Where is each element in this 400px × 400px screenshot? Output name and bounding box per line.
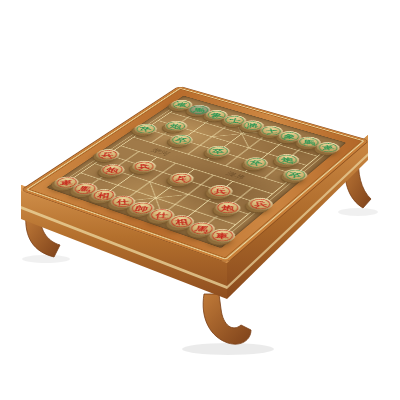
piece-red-chariot[interactable]: 車 [205,226,240,244]
ground-shadow-center [182,343,274,355]
piece-character: 車 [209,229,235,243]
piece-character: 炮 [215,201,240,214]
piece-character: 炮 [98,163,126,176]
piece-character: 卒 [168,134,194,146]
piece-green-soldier[interactable]: 卒 [241,155,273,170]
table-leg-center [203,294,251,344]
piece-red-soldier[interactable]: 兵 [165,171,197,187]
piece-red-cannon[interactable]: 炮 [96,162,128,178]
ground-shadow-left [22,255,70,263]
piece-character: 兵 [95,149,120,160]
piece-green-soldier[interactable]: 卒 [203,144,234,159]
piece-red-soldier[interactable]: 兵 [204,183,237,200]
piece-character: 炮 [163,120,189,132]
piece-character: 卒 [282,168,308,181]
piece-character: 兵 [247,197,275,211]
piece-character: 卒 [134,123,158,134]
piece-character: 卒 [243,157,269,169]
ground-shadow-right [338,208,378,216]
piece-green-cannon[interactable]: 炮 [160,119,190,133]
piece-green-soldier[interactable]: 卒 [166,133,197,147]
piece-character: 兵 [208,185,233,198]
piece-red-soldier[interactable]: 兵 [128,159,160,175]
piece-green-soldier[interactable]: 卒 [131,122,162,136]
piece-character: 兵 [132,160,157,172]
piece-red-soldier[interactable]: 兵 [244,196,277,213]
piece-character: 卒 [207,145,231,156]
piece-character: 兵 [168,172,196,186]
piece-red-cannon[interactable]: 炮 [211,199,244,216]
piece-red-soldier[interactable]: 兵 [92,147,124,162]
piece-green-cannon[interactable]: 炮 [271,152,302,167]
piece-character: 炮 [276,154,299,166]
xiangqi-table-scene: 楚河 漢界 車馬象士將士象馬車炮炮卒卒卒卒卒兵兵兵兵兵炮炮車馬相仕帥仕相馬車 [0,0,400,400]
piece-character: 車 [315,142,342,154]
piece-green-soldier[interactable]: 卒 [280,167,312,183]
